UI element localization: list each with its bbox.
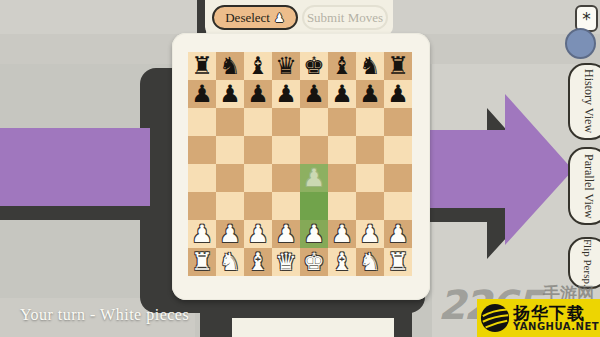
square-c5[interactable] — [244, 136, 272, 164]
black-bishop-f8[interactable]: ♝ — [328, 52, 356, 80]
submit-moves-label: Submit Moves — [307, 10, 383, 26]
black-pawn-g7[interactable]: ♟ — [356, 80, 384, 108]
square-h2[interactable]: ♟ — [384, 220, 412, 248]
square-f6[interactable] — [328, 108, 356, 136]
square-b3[interactable] — [216, 192, 244, 220]
ghost-white-pawn-e4[interactable]: ♟ — [300, 164, 328, 192]
player-color-indicator[interactable] — [565, 28, 596, 59]
square-a5[interactable] — [188, 136, 216, 164]
square-e8[interactable]: ♚ — [300, 52, 328, 80]
black-pawn-f7[interactable]: ♟ — [328, 80, 356, 108]
square-g4[interactable] — [356, 164, 384, 192]
white-knight-b1[interactable]: ♞ — [216, 248, 244, 276]
black-king-e8[interactable]: ♚ — [300, 52, 328, 80]
square-f4[interactable] — [328, 164, 356, 192]
square-e6[interactable] — [300, 108, 328, 136]
black-rook-a8[interactable]: ♜ — [188, 52, 216, 80]
white-pawn-f2[interactable]: ♟ — [328, 220, 356, 248]
black-pawn-c7[interactable]: ♟ — [244, 80, 272, 108]
square-c4[interactable] — [244, 164, 272, 192]
turn-status-text: Your turn - White pieces — [20, 306, 189, 324]
square-d1[interactable]: ♛ — [272, 248, 300, 276]
square-b1[interactable]: ♞ — [216, 248, 244, 276]
square-b2[interactable]: ♟ — [216, 220, 244, 248]
black-pawn-b7[interactable]: ♟ — [216, 80, 244, 108]
square-f8[interactable]: ♝ — [328, 52, 356, 80]
square-a8[interactable]: ♜ — [188, 52, 216, 80]
square-e3[interactable] — [300, 192, 328, 220]
parallel-view-label: Parallel View — [581, 154, 596, 219]
black-pawn-d7[interactable]: ♟ — [272, 80, 300, 108]
square-g2[interactable]: ♟ — [356, 220, 384, 248]
square-g5[interactable] — [356, 136, 384, 164]
square-a3[interactable] — [188, 192, 216, 220]
square-f5[interactable] — [328, 136, 356, 164]
square-e2[interactable]: ♟ — [300, 220, 328, 248]
square-d2[interactable]: ♟ — [272, 220, 300, 248]
square-f1[interactable]: ♝ — [328, 248, 356, 276]
square-g3[interactable] — [356, 192, 384, 220]
white-bishop-c1[interactable]: ♝ — [244, 248, 272, 276]
chess-board: ♜♞♝♛♚♝♞♜♟♟♟♟♟♟♟♟♟♟♟♟♟♟♟♟♟♜♞♝♛♚♝♞♜ — [188, 52, 412, 276]
white-pawn-h2[interactable]: ♟ — [384, 220, 412, 248]
banner-title: 扬华下载 — [513, 305, 599, 322]
square-d6[interactable] — [272, 108, 300, 136]
square-f3[interactable] — [328, 192, 356, 220]
square-b4[interactable] — [216, 164, 244, 192]
black-queen-d8[interactable]: ♛ — [272, 52, 300, 80]
panel-connector-bottom-inner — [232, 318, 394, 337]
square-a4[interactable] — [188, 164, 216, 192]
left-arrow-shadow — [0, 142, 150, 220]
left-arrow-shaft — [0, 128, 150, 206]
square-e7[interactable]: ♟ — [300, 80, 328, 108]
square-h6[interactable] — [384, 108, 412, 136]
black-bishop-c8[interactable]: ♝ — [244, 52, 272, 80]
flip-perspective-label: Flip Persp. — [582, 239, 594, 287]
white-knight-g1[interactable]: ♞ — [356, 248, 384, 276]
white-pawn-a2[interactable]: ♟ — [188, 220, 216, 248]
square-c7[interactable]: ♟ — [244, 80, 272, 108]
square-g1[interactable]: ♞ — [356, 248, 384, 276]
black-pawn-e7[interactable]: ♟ — [300, 80, 328, 108]
square-h5[interactable] — [384, 136, 412, 164]
watermark-banner: 扬华下载 YANGHUA.NET — [477, 299, 600, 337]
history-view-button[interactable]: History View — [568, 63, 600, 140]
square-a2[interactable]: ♟ — [188, 220, 216, 248]
history-view-label: History View — [581, 69, 596, 133]
black-pawn-h7[interactable]: ♟ — [384, 80, 412, 108]
white-rook-h1[interactable]: ♜ — [384, 248, 412, 276]
square-d7[interactable]: ♟ — [272, 80, 300, 108]
square-d5[interactable] — [272, 136, 300, 164]
square-h7[interactable]: ♟ — [384, 80, 412, 108]
square-c2[interactable]: ♟ — [244, 220, 272, 248]
square-d3[interactable] — [272, 192, 300, 220]
white-king-e1[interactable]: ♚ — [300, 248, 328, 276]
white-pawn-icon: ♟ — [274, 12, 285, 24]
square-f7[interactable]: ♟ — [328, 80, 356, 108]
square-g7[interactable]: ♟ — [356, 80, 384, 108]
square-b5[interactable] — [216, 136, 244, 164]
square-d4[interactable] — [272, 164, 300, 192]
square-c8[interactable]: ♝ — [244, 52, 272, 80]
square-h4[interactable] — [384, 164, 412, 192]
banner-site: YANGHUA.NET — [513, 322, 599, 332]
square-c1[interactable]: ♝ — [244, 248, 272, 276]
square-c6[interactable] — [244, 108, 272, 136]
square-g6[interactable] — [356, 108, 384, 136]
square-d8[interactable]: ♛ — [272, 52, 300, 80]
square-h3[interactable] — [384, 192, 412, 220]
square-a6[interactable] — [188, 108, 216, 136]
white-pawn-c2[interactable]: ♟ — [244, 220, 272, 248]
square-a1[interactable]: ♜ — [188, 248, 216, 276]
asterisk-label: * — [582, 9, 591, 29]
parallel-view-button[interactable]: Parallel View — [568, 147, 600, 225]
square-b7[interactable]: ♟ — [216, 80, 244, 108]
square-a7[interactable]: ♟ — [188, 80, 216, 108]
square-e1[interactable]: ♚ — [300, 248, 328, 276]
black-pawn-a7[interactable]: ♟ — [188, 80, 216, 108]
white-rook-a1[interactable]: ♜ — [188, 248, 216, 276]
square-h1[interactable]: ♜ — [384, 248, 412, 276]
square-b6[interactable] — [216, 108, 244, 136]
black-rook-h8[interactable]: ♜ — [384, 52, 412, 80]
square-e5[interactable] — [300, 136, 328, 164]
black-knight-g8[interactable]: ♞ — [356, 52, 384, 80]
black-knight-b8[interactable]: ♞ — [216, 52, 244, 80]
white-bishop-f1[interactable]: ♝ — [328, 248, 356, 276]
white-pawn-b2[interactable]: ♟ — [216, 220, 244, 248]
square-g8[interactable]: ♞ — [356, 52, 384, 80]
white-queen-d1[interactable]: ♛ — [272, 248, 300, 276]
white-pawn-e2[interactable]: ♟ — [300, 220, 328, 248]
white-pawn-d2[interactable]: ♟ — [272, 220, 300, 248]
swirl-logo-icon — [480, 303, 510, 333]
square-h8[interactable]: ♜ — [384, 52, 412, 80]
square-e4[interactable]: ♟ — [300, 164, 328, 192]
square-b8[interactable]: ♞ — [216, 52, 244, 80]
app-window: Deselect ♟ Submit Moves * ♜♞♝♛♚♝♞♜♟♟♟♟♟♟… — [0, 0, 600, 337]
deselect-button-label: Deselect — [225, 10, 270, 26]
submit-moves-button[interactable]: Submit Moves — [302, 5, 388, 30]
deselect-button[interactable]: Deselect ♟ — [212, 5, 298, 30]
square-f2[interactable]: ♟ — [328, 220, 356, 248]
white-pawn-g2[interactable]: ♟ — [356, 220, 384, 248]
square-c3[interactable] — [244, 192, 272, 220]
